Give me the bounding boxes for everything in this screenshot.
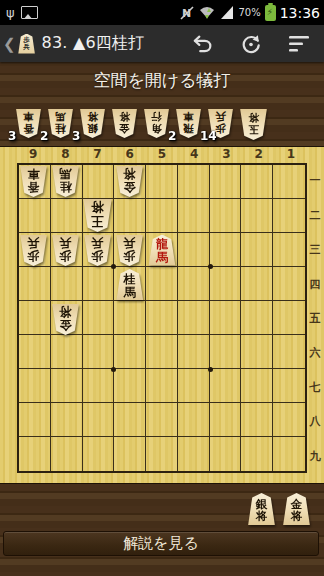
piece-kanji: 兵	[59, 236, 71, 249]
signal-icon	[220, 5, 234, 20]
board-cell-5一[interactable]	[146, 165, 178, 199]
piece-kanji: 飛	[183, 123, 194, 135]
board-cell-2五[interactable]	[241, 301, 273, 335]
board-cell-5四[interactable]	[146, 267, 178, 301]
piece-kanji: 兵	[215, 111, 226, 123]
gote-hand-tray: 香車3桂馬2銀将3金将角行飛車2歩兵14玉将	[15, 109, 268, 140]
board-cell-6七[interactable]	[114, 369, 146, 403]
hand-piece-count: 2	[168, 129, 176, 143]
board-cell-8四[interactable]	[51, 267, 83, 301]
board-cell-9九[interactable]	[19, 437, 51, 471]
piece-kanji: 馬	[156, 251, 168, 264]
board-cell-2三[interactable]	[241, 233, 273, 267]
hoshi-dot	[208, 264, 213, 269]
board-piece-7二[interactable]: 王将	[82, 199, 113, 232]
gote-hand-piece[interactable]: 香車3	[15, 109, 42, 140]
piece-kanji: 歩	[92, 249, 104, 262]
board-cell-8八[interactable]	[51, 403, 83, 437]
move-title: 83. ▲6四桂打	[42, 33, 145, 54]
rank-label-9: 九	[306, 449, 324, 464]
gote-hand-piece[interactable]: 飛車2	[175, 109, 202, 140]
piece-kanji: 香	[23, 123, 34, 135]
board-cell-4五[interactable]	[178, 301, 210, 335]
board-cell-2九[interactable]	[241, 437, 273, 471]
board-piece-9一[interactable]: 香車	[19, 166, 48, 197]
rank-label-7: 七	[306, 380, 324, 395]
board-cell-1三[interactable]	[273, 233, 305, 267]
replay-icon[interactable]	[240, 33, 262, 55]
hand-piece-count: 3	[72, 129, 80, 143]
board-cell-8二[interactable]	[51, 199, 83, 233]
piece-kanji: 馬	[59, 167, 71, 180]
piece-kanji: 車	[183, 111, 194, 123]
board-cell-5九[interactable]	[146, 437, 178, 471]
board-cell-3九[interactable]	[210, 437, 242, 471]
board-cell-4七[interactable]	[178, 369, 210, 403]
board-cell-9八[interactable]	[19, 403, 51, 437]
board-cell-5八[interactable]	[146, 403, 178, 437]
piece-kanji: 玉	[248, 124, 259, 136]
board-cell-7九[interactable]	[83, 437, 115, 471]
piece-kanji: 歩	[27, 249, 39, 262]
piece-kanji: 馬	[55, 111, 66, 123]
board-cell-6八[interactable]	[114, 403, 146, 437]
board-cell-1四[interactable]	[273, 267, 305, 301]
board-cell-4八[interactable]	[178, 403, 210, 437]
sente-hand-piece[interactable]: 金将	[282, 493, 311, 525]
board-cell-5二[interactable]	[146, 199, 178, 233]
piece-kanji: 将	[124, 167, 136, 180]
rank-label-3: 三	[306, 242, 324, 257]
app-piece-icon: 歩兵	[18, 34, 36, 54]
piece-kanji: 兵	[92, 236, 104, 249]
board-piece-8五[interactable]: 金将	[51, 304, 80, 335]
shogi-app-screen: ψ N 70% ⚡ 13:36 ❮ 歩兵 83. ▲6四桂打	[0, 0, 324, 576]
piece-kanji: 将	[119, 111, 130, 123]
board-cell-2八[interactable]	[241, 403, 273, 437]
rank-label-5: 五	[306, 311, 324, 326]
piece-kanji: 角	[151, 123, 162, 135]
board-cell-3四[interactable]	[210, 267, 242, 301]
wifi-icon	[199, 5, 216, 21]
board-cell-3一[interactable]	[210, 165, 242, 199]
board-cell-3二[interactable]	[210, 199, 242, 233]
battery-icon: ⚡	[265, 5, 276, 21]
file-label-4: 4	[184, 147, 204, 161]
board-cell-4九[interactable]	[178, 437, 210, 471]
board-cell-2七[interactable]	[241, 369, 273, 403]
board-cell-4一[interactable]	[178, 165, 210, 199]
board-cell-3三[interactable]	[210, 233, 242, 267]
piece-kanji: 行	[151, 111, 162, 123]
gote-hand-piece[interactable]: 桂馬2	[47, 109, 74, 140]
board-cell-9六[interactable]	[19, 335, 51, 369]
piece-kanji: 馬	[124, 286, 136, 299]
board-piece-8三[interactable]: 歩兵	[51, 235, 80, 266]
board-cell-9七[interactable]	[19, 369, 51, 403]
board-cell-1二[interactable]	[273, 199, 305, 233]
gallery-icon	[21, 6, 38, 19]
gote-hand-piece[interactable]: 歩兵14	[207, 109, 234, 140]
piece-kanji: 歩	[59, 249, 71, 262]
back-chevron-icon[interactable]: ❮	[0, 35, 18, 53]
puzzle-subtitle: 空間を開ける犠打	[0, 62, 324, 98]
hoshi-dot	[208, 367, 213, 372]
board-cell-1一[interactable]	[273, 165, 305, 199]
rank-label-8: 八	[306, 414, 324, 429]
board-cell-8六[interactable]	[51, 335, 83, 369]
file-label-7: 7	[88, 147, 108, 161]
board-cell-6六[interactable]	[114, 335, 146, 369]
board-cell-9五[interactable]	[19, 301, 51, 335]
rank-label-4: 四	[306, 277, 324, 292]
piece-kanji: 銀	[87, 123, 98, 135]
piece-kanji: 将	[87, 111, 98, 123]
board-cell-2四[interactable]	[241, 267, 273, 301]
board-cell-7八[interactable]	[83, 403, 115, 437]
file-label-6: 6	[120, 147, 140, 161]
board-cell-1八[interactable]	[273, 403, 305, 437]
piece-kanji: 香	[27, 180, 39, 193]
piece-kanji: 兵	[124, 236, 136, 249]
piece-kanji: 兵	[27, 236, 39, 249]
board-cell-4四[interactable]	[178, 267, 210, 301]
board-cell-3六[interactable]	[210, 335, 242, 369]
hand-piece-count: 2	[40, 129, 48, 143]
status-bar: ψ N 70% ⚡ 13:36	[0, 0, 324, 25]
piece-kanji: 車	[27, 167, 39, 180]
board-cell-7四[interactable]	[83, 267, 115, 301]
sente-hand-tray: 銀将金将	[247, 493, 311, 525]
board-cell-3七[interactable]	[210, 369, 242, 403]
board-cell-7六[interactable]	[83, 335, 115, 369]
board-cell-9二[interactable]	[19, 199, 51, 233]
board-cell-8七[interactable]	[51, 369, 83, 403]
view-commentary-button[interactable]: 解説を見る	[3, 531, 319, 556]
rank-label-6: 六	[306, 345, 324, 360]
board-cell-1五[interactable]	[273, 301, 305, 335]
no-sim-icon: N	[179, 5, 195, 21]
usb-icon: ψ	[6, 5, 15, 20]
board-piece-8一[interactable]: 桂馬	[51, 166, 80, 197]
board-cell-8九[interactable]	[51, 437, 83, 471]
file-label-2: 2	[249, 147, 269, 161]
file-label-8: 8	[55, 147, 75, 161]
board-cell-9四[interactable]	[19, 267, 51, 301]
piece-kanji: 金	[59, 318, 71, 331]
board-piece-6四[interactable]: 桂馬	[115, 269, 144, 300]
gote-hand-piece[interactable]: 角行	[143, 109, 170, 140]
undo-icon[interactable]	[192, 33, 214, 55]
piece-kanji: 将	[256, 510, 268, 523]
board-cell-3八[interactable]	[210, 403, 242, 437]
hand-piece-count: 3	[8, 129, 16, 143]
board-cell-7一[interactable]	[83, 165, 115, 199]
board-piece-5三[interactable]: 龍馬	[148, 235, 177, 266]
clock: 13:36	[280, 5, 320, 21]
rank-label-2: 二	[306, 208, 324, 223]
board-cell-4六[interactable]	[178, 335, 210, 369]
battery-percent: 70%	[238, 7, 260, 18]
board-cell-6二[interactable]	[114, 199, 146, 233]
sente-hand-piece[interactable]: 銀将	[247, 493, 276, 525]
board-cell-1七[interactable]	[273, 369, 305, 403]
board-cell-7五[interactable]	[83, 301, 115, 335]
board-cell-5七[interactable]	[146, 369, 178, 403]
action-bar: ❮ 歩兵 83. ▲6四桂打	[0, 25, 324, 62]
file-label-5: 5	[152, 147, 172, 161]
board-cell-2六[interactable]	[241, 335, 273, 369]
piece-kanji: 桂	[124, 273, 136, 286]
hand-piece-count: 14	[200, 129, 217, 143]
gote-hand-piece[interactable]: 金将	[111, 109, 138, 140]
file-label-1: 1	[281, 147, 301, 161]
board-cell-6五[interactable]	[114, 301, 146, 335]
piece-kanji: 将	[91, 201, 104, 215]
piece-kanji: 金	[124, 180, 136, 193]
piece-kanji: 将	[291, 510, 303, 523]
file-label-9: 9	[23, 147, 43, 161]
piece-kanji: 王	[91, 215, 104, 229]
board-cell-2二[interactable]	[241, 199, 273, 233]
file-label-3: 3	[216, 147, 236, 161]
board-cell-5六[interactable]	[146, 335, 178, 369]
piece-kanji: 歩	[124, 249, 136, 262]
board-cell-1九[interactable]	[273, 437, 305, 471]
board-cell-4三[interactable]	[178, 233, 210, 267]
shogi-board: 987654321 一二三四五六七八九 香車桂馬金将王将歩兵歩兵歩兵歩兵龍馬桂馬…	[0, 146, 324, 484]
board-cell-7七[interactable]	[83, 369, 115, 403]
board-cell-1六[interactable]	[273, 335, 305, 369]
gote-hand-piece[interactable]: 銀将3	[79, 109, 106, 140]
piece-kanji: 将	[59, 305, 71, 318]
board-piece-6一[interactable]: 金将	[115, 166, 144, 197]
piece-kanji: 金	[119, 123, 130, 135]
board-cell-2一[interactable]	[241, 165, 273, 199]
gote-hand-piece[interactable]: 玉将	[239, 109, 268, 140]
piece-kanji: 将	[248, 112, 259, 124]
piece-kanji: 車	[23, 111, 34, 123]
board-cell-6九[interactable]	[114, 437, 146, 471]
board-piece-9三[interactable]: 歩兵	[19, 235, 48, 266]
board-cell-5五[interactable]	[146, 301, 178, 335]
piece-kanji: 桂	[55, 123, 66, 135]
board-cell-3五[interactable]	[210, 301, 242, 335]
piece-kanji: 桂	[59, 180, 71, 193]
board-piece-7三[interactable]: 歩兵	[83, 235, 112, 266]
board-cell-4二[interactable]	[178, 199, 210, 233]
board-piece-6三[interactable]: 歩兵	[115, 235, 144, 266]
rank-label-1: 一	[306, 173, 324, 188]
board-grid: 香車桂馬金将王将歩兵歩兵歩兵歩兵龍馬桂馬金将	[17, 163, 307, 473]
menu-icon[interactable]	[288, 35, 310, 53]
